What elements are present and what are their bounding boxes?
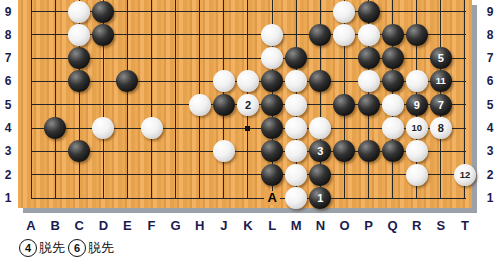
black-stone xyxy=(68,140,90,162)
column-label-C: C xyxy=(69,218,89,233)
tenuki-move-6-stone: 6 xyxy=(68,239,86,257)
black-stone xyxy=(382,140,404,162)
white-stone xyxy=(141,117,163,139)
white-stone xyxy=(261,47,283,69)
black-stone xyxy=(358,94,380,116)
column-label-T: T xyxy=(455,218,475,233)
white-stone xyxy=(285,70,307,92)
black-stone: 5 xyxy=(430,47,452,69)
white-stone xyxy=(68,24,90,46)
row-label-left-1: 1 xyxy=(0,191,16,205)
black-stone xyxy=(261,70,283,92)
white-stone: 12 xyxy=(454,164,476,186)
row-label-right-6: 6 xyxy=(482,74,498,88)
white-stone xyxy=(189,94,211,116)
white-stone xyxy=(382,117,404,139)
black-stone: 1 xyxy=(309,187,331,209)
column-label-A: A xyxy=(21,218,41,233)
column-label-N: N xyxy=(310,218,330,233)
row-label-left-4: 4 xyxy=(0,121,16,135)
column-label-O: O xyxy=(334,218,354,233)
white-stone xyxy=(358,24,380,46)
white-stone xyxy=(358,70,380,92)
row-label-right-2: 2 xyxy=(482,168,498,182)
grid-line-vertical xyxy=(31,0,32,199)
black-stone xyxy=(261,140,283,162)
row-label-right-9: 9 xyxy=(482,5,498,19)
move-number: 12 xyxy=(454,164,476,186)
black-stone: 11 xyxy=(430,70,452,92)
column-label-Q: Q xyxy=(383,218,403,233)
move-number: 2 xyxy=(237,94,259,116)
black-stone xyxy=(261,164,283,186)
move-number: 5 xyxy=(430,47,452,69)
grid-line-vertical xyxy=(151,0,152,199)
row-label-left-3: 3 xyxy=(0,144,16,158)
column-label-D: D xyxy=(93,218,113,233)
black-stone xyxy=(285,47,307,69)
move-number: 7 xyxy=(430,94,452,116)
column-label-B: B xyxy=(45,218,65,233)
grid-line-horizontal xyxy=(31,174,466,175)
black-stone xyxy=(382,24,404,46)
column-label-S: S xyxy=(431,218,451,233)
white-stone xyxy=(406,140,428,162)
black-stone xyxy=(116,70,138,92)
row-label-right-8: 8 xyxy=(482,28,498,42)
black-stone xyxy=(333,94,355,116)
row-label-right-1: 1 xyxy=(482,191,498,205)
column-label-M: M xyxy=(286,218,306,233)
black-stone xyxy=(92,1,114,23)
white-stone xyxy=(285,94,307,116)
caption: 4 脱先 6 脱先 xyxy=(19,238,117,258)
white-stone xyxy=(92,117,114,139)
column-label-F: F xyxy=(142,218,162,233)
black-stone xyxy=(44,117,66,139)
white-stone xyxy=(237,70,259,92)
move-number: 11 xyxy=(430,70,452,92)
white-stone xyxy=(406,70,428,92)
white-stone xyxy=(382,94,404,116)
white-stone xyxy=(68,1,90,23)
column-label-H: H xyxy=(190,218,210,233)
white-stone xyxy=(333,1,355,23)
go-diagram: A5112971083121 987654321 987654321 ABCDE… xyxy=(0,0,500,273)
star-point xyxy=(245,126,250,131)
column-label-E: E xyxy=(117,218,137,233)
black-stone: 9 xyxy=(406,94,428,116)
column-label-J: J xyxy=(214,218,234,233)
white-stone: 8 xyxy=(430,117,452,139)
column-label-K: K xyxy=(238,218,258,233)
row-label-right-3: 3 xyxy=(482,144,498,158)
move-number: 9 xyxy=(406,94,428,116)
white-stone xyxy=(309,117,331,139)
move-number: 1 xyxy=(309,187,331,209)
white-stone xyxy=(285,164,307,186)
grid-line-vertical xyxy=(127,0,128,199)
black-stone xyxy=(382,70,404,92)
black-stone xyxy=(382,47,404,69)
white-stone xyxy=(213,70,235,92)
column-label-G: G xyxy=(166,218,186,233)
black-stone: 7 xyxy=(430,94,452,116)
black-stone xyxy=(261,94,283,116)
tenuki-move-4-label: 脱先 xyxy=(39,239,65,257)
point-marker-A: A xyxy=(264,190,280,205)
go-board: A5112971083121 xyxy=(18,0,472,208)
black-stone xyxy=(358,47,380,69)
grid-line-vertical xyxy=(55,0,56,199)
black-stone xyxy=(406,24,428,46)
white-stone xyxy=(406,164,428,186)
move-number: 8 xyxy=(430,117,452,139)
white-stone xyxy=(285,140,307,162)
black-stone xyxy=(333,140,355,162)
black-stone xyxy=(358,140,380,162)
grid-line-horizontal xyxy=(31,198,466,199)
black-stone xyxy=(213,94,235,116)
white-stone xyxy=(285,117,307,139)
black-stone xyxy=(309,164,331,186)
column-label-R: R xyxy=(407,218,427,233)
row-label-left-2: 2 xyxy=(0,168,16,182)
row-label-right-7: 7 xyxy=(482,51,498,65)
white-stone xyxy=(261,24,283,46)
row-label-left-8: 8 xyxy=(0,28,16,42)
black-stone xyxy=(68,70,90,92)
row-label-right-4: 4 xyxy=(482,121,498,135)
column-label-P: P xyxy=(359,218,379,233)
black-stone xyxy=(92,24,114,46)
black-stone xyxy=(309,70,331,92)
white-stone: 2 xyxy=(237,94,259,116)
black-stone: 3 xyxy=(309,140,331,162)
black-stone xyxy=(261,117,283,139)
black-stone xyxy=(358,1,380,23)
row-label-right-5: 5 xyxy=(482,98,498,112)
white-stone xyxy=(333,24,355,46)
white-stone: 10 xyxy=(406,117,428,139)
black-stone xyxy=(309,24,331,46)
row-label-left-7: 7 xyxy=(0,51,16,65)
tenuki-move-6-label: 脱先 xyxy=(88,239,114,257)
black-stone xyxy=(68,47,90,69)
tenuki-move-4-stone: 4 xyxy=(19,239,37,257)
grid-line-vertical xyxy=(175,0,176,199)
white-stone xyxy=(213,140,235,162)
move-number: 3 xyxy=(309,140,331,162)
row-label-left-6: 6 xyxy=(0,74,16,88)
move-number: 10 xyxy=(406,117,428,139)
row-label-left-9: 9 xyxy=(0,5,16,19)
white-stone xyxy=(285,187,307,209)
column-label-L: L xyxy=(262,218,282,233)
row-label-left-5: 5 xyxy=(0,98,16,112)
